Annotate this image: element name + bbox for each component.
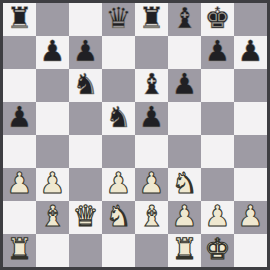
square-h3[interactable] xyxy=(234,168,267,201)
piece-black-queen[interactable]: ♛ xyxy=(106,3,132,35)
square-c4[interactable] xyxy=(69,135,102,168)
square-a1[interactable]: ♜ xyxy=(3,234,36,267)
square-b6[interactable] xyxy=(36,69,69,102)
piece-black-rook[interactable]: ♜ xyxy=(139,3,165,35)
piece-black-pawn[interactable]: ♟ xyxy=(172,69,198,101)
square-f2[interactable]: ♟ xyxy=(168,201,201,234)
square-d3[interactable]: ♟ xyxy=(102,168,135,201)
square-g8[interactable]: ♚ xyxy=(201,3,234,36)
square-b5[interactable] xyxy=(36,102,69,135)
piece-black-bishop[interactable]: ♝ xyxy=(172,3,198,35)
piece-white-pawn[interactable]: ♟ xyxy=(205,201,231,233)
square-g1[interactable]: ♚ xyxy=(201,234,234,267)
square-a8[interactable]: ♜ xyxy=(3,3,36,36)
square-b7[interactable]: ♟ xyxy=(36,36,69,69)
square-g2[interactable]: ♟ xyxy=(201,201,234,234)
chess-board: ♜♛♜♝♚♟♟♟♟♞♝♟♟♞♟♟♟♟♟♞♝♛♞♝♟♟♟♜♜♚ xyxy=(3,3,267,267)
piece-white-rook[interactable]: ♜ xyxy=(172,234,198,266)
square-h1[interactable] xyxy=(234,234,267,267)
square-b1[interactable] xyxy=(36,234,69,267)
piece-white-pawn[interactable]: ♟ xyxy=(7,168,33,200)
square-e1[interactable] xyxy=(135,234,168,267)
square-g4[interactable] xyxy=(201,135,234,168)
piece-white-bishop[interactable]: ♝ xyxy=(40,201,66,233)
square-a7[interactable] xyxy=(3,36,36,69)
square-h2[interactable]: ♟ xyxy=(234,201,267,234)
square-c6[interactable]: ♞ xyxy=(69,69,102,102)
square-d5[interactable]: ♞ xyxy=(102,102,135,135)
piece-white-rook[interactable]: ♜ xyxy=(7,234,33,266)
square-d6[interactable] xyxy=(102,69,135,102)
square-f4[interactable] xyxy=(168,135,201,168)
piece-black-pawn[interactable]: ♟ xyxy=(205,36,231,68)
piece-black-pawn[interactable]: ♟ xyxy=(40,36,66,68)
square-c8[interactable] xyxy=(69,3,102,36)
piece-white-bishop[interactable]: ♝ xyxy=(139,201,165,233)
chess-board-frame: ♜♛♜♝♚♟♟♟♟♞♝♟♟♞♟♟♟♟♟♞♝♛♞♝♟♟♟♜♜♚ xyxy=(0,0,270,270)
square-d4[interactable] xyxy=(102,135,135,168)
square-b4[interactable] xyxy=(36,135,69,168)
piece-white-pawn[interactable]: ♟ xyxy=(139,168,165,200)
square-c7[interactable]: ♟ xyxy=(69,36,102,69)
square-a5[interactable]: ♟ xyxy=(3,102,36,135)
square-g5[interactable] xyxy=(201,102,234,135)
piece-white-queen[interactable]: ♛ xyxy=(73,201,99,233)
square-c2[interactable]: ♛ xyxy=(69,201,102,234)
square-h4[interactable] xyxy=(234,135,267,168)
square-f7[interactable] xyxy=(168,36,201,69)
square-g7[interactable]: ♟ xyxy=(201,36,234,69)
square-g3[interactable] xyxy=(201,168,234,201)
square-c3[interactable] xyxy=(69,168,102,201)
piece-black-pawn[interactable]: ♟ xyxy=(238,36,264,68)
square-a3[interactable]: ♟ xyxy=(3,168,36,201)
piece-white-knight[interactable]: ♞ xyxy=(172,168,198,200)
square-e8[interactable]: ♜ xyxy=(135,3,168,36)
piece-black-pawn[interactable]: ♟ xyxy=(73,36,99,68)
square-d7[interactable] xyxy=(102,36,135,69)
square-h6[interactable] xyxy=(234,69,267,102)
piece-white-pawn[interactable]: ♟ xyxy=(172,201,198,233)
square-f8[interactable]: ♝ xyxy=(168,3,201,36)
square-a4[interactable] xyxy=(3,135,36,168)
piece-black-pawn[interactable]: ♟ xyxy=(7,102,33,134)
piece-black-king[interactable]: ♚ xyxy=(205,3,231,35)
square-f1[interactable]: ♜ xyxy=(168,234,201,267)
square-e6[interactable]: ♝ xyxy=(135,69,168,102)
square-d1[interactable] xyxy=(102,234,135,267)
square-c1[interactable] xyxy=(69,234,102,267)
square-d8[interactable]: ♛ xyxy=(102,3,135,36)
square-f5[interactable] xyxy=(168,102,201,135)
square-e5[interactable]: ♟ xyxy=(135,102,168,135)
square-b8[interactable] xyxy=(36,3,69,36)
piece-black-pawn[interactable]: ♟ xyxy=(139,102,165,134)
square-g6[interactable] xyxy=(201,69,234,102)
piece-black-knight[interactable]: ♞ xyxy=(106,102,132,134)
piece-white-pawn[interactable]: ♟ xyxy=(106,168,132,200)
square-a6[interactable] xyxy=(3,69,36,102)
square-h5[interactable] xyxy=(234,102,267,135)
square-e3[interactable]: ♟ xyxy=(135,168,168,201)
square-h8[interactable] xyxy=(234,3,267,36)
square-b2[interactable]: ♝ xyxy=(36,201,69,234)
square-e2[interactable]: ♝ xyxy=(135,201,168,234)
piece-black-rook[interactable]: ♜ xyxy=(7,3,33,35)
square-b3[interactable]: ♟ xyxy=(36,168,69,201)
piece-white-pawn[interactable]: ♟ xyxy=(238,201,264,233)
square-e4[interactable] xyxy=(135,135,168,168)
piece-white-pawn[interactable]: ♟ xyxy=(40,168,66,200)
square-e7[interactable] xyxy=(135,36,168,69)
piece-black-knight[interactable]: ♞ xyxy=(73,69,99,101)
piece-black-bishop[interactable]: ♝ xyxy=(139,69,165,101)
square-a2[interactable] xyxy=(3,201,36,234)
square-d2[interactable]: ♞ xyxy=(102,201,135,234)
piece-white-knight[interactable]: ♞ xyxy=(106,201,132,233)
square-f6[interactable]: ♟ xyxy=(168,69,201,102)
piece-white-king[interactable]: ♚ xyxy=(205,234,231,266)
square-c5[interactable] xyxy=(69,102,102,135)
square-f3[interactable]: ♞ xyxy=(168,168,201,201)
square-h7[interactable]: ♟ xyxy=(234,36,267,69)
